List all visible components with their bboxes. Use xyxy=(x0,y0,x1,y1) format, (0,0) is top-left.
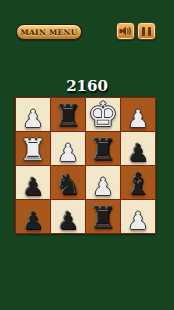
piece-black-bishop[interactable]: ♝ xyxy=(125,169,152,199)
board-square-r2c2[interactable]: ♟ xyxy=(51,132,85,165)
board-square-r2c4[interactable]: ♟ xyxy=(121,132,155,165)
piece-white-pawn[interactable]: ♟ xyxy=(22,107,44,131)
pause-button[interactable] xyxy=(137,22,156,40)
board-square-r1c2[interactable]: ♜ xyxy=(51,98,85,131)
pause-icon xyxy=(142,27,151,36)
piece-black-pawn[interactable]: ♟ xyxy=(57,209,79,233)
board-square-r4c2[interactable]: ♟ xyxy=(51,200,85,233)
board-square-r2c1[interactable]: ♜ xyxy=(16,132,50,165)
piece-white-pawn[interactable]: ♟ xyxy=(127,107,149,131)
piece-black-pawn[interactable]: ♟ xyxy=(22,175,44,199)
piece-white-rook[interactable]: ♜ xyxy=(20,135,47,165)
piece-white-pawn[interactable]: ♟ xyxy=(57,141,79,165)
piece-white-king[interactable]: ♚ xyxy=(88,97,118,131)
piece-black-rook[interactable]: ♜ xyxy=(90,203,117,233)
piece-black-rook[interactable]: ♜ xyxy=(55,101,82,131)
piece-white-pawn[interactable]: ♟ xyxy=(127,209,149,233)
board-square-r4c3[interactable]: ♜ xyxy=(86,200,120,233)
board-square-r1c4[interactable]: ♟ xyxy=(121,98,155,131)
piece-black-pawn[interactable]: ♟ xyxy=(22,209,44,233)
piece-black-knight[interactable]: ♞ xyxy=(55,171,80,199)
main-menu-label: MAIN MENU xyxy=(20,28,77,37)
score-value: 2160 xyxy=(0,77,174,95)
board-square-r3c1[interactable]: ♟ xyxy=(16,166,50,199)
board-square-r3c2[interactable]: ♞ xyxy=(51,166,85,199)
board-square-r4c4[interactable]: ♟ xyxy=(121,200,155,233)
piece-black-rook[interactable]: ♜ xyxy=(90,135,117,165)
sound-button[interactable] xyxy=(116,22,135,40)
board-square-r3c3[interactable]: ♟ xyxy=(86,166,120,199)
board-square-r3c4[interactable]: ♝ xyxy=(121,166,155,199)
board-square-r1c1[interactable]: ♟ xyxy=(16,98,50,131)
piece-black-pawn[interactable]: ♟ xyxy=(127,141,149,165)
board-square-r2c3[interactable]: ♜ xyxy=(86,132,120,165)
main-menu-button[interactable]: MAIN MENU xyxy=(16,24,82,40)
game-screen: MAIN MENU 2160 ♟♜♚♟♜♟♜♟♟♞♟♝♟♟♜♟ xyxy=(0,0,174,310)
board-square-r4c1[interactable]: ♟ xyxy=(16,200,50,233)
speaker-icon xyxy=(119,25,132,37)
board-square-r1c3[interactable]: ♚ xyxy=(86,98,120,131)
board[interactable]: ♟♜♚♟♜♟♜♟♟♞♟♝♟♟♜♟ xyxy=(15,97,156,234)
piece-white-pawn[interactable]: ♟ xyxy=(92,175,114,199)
